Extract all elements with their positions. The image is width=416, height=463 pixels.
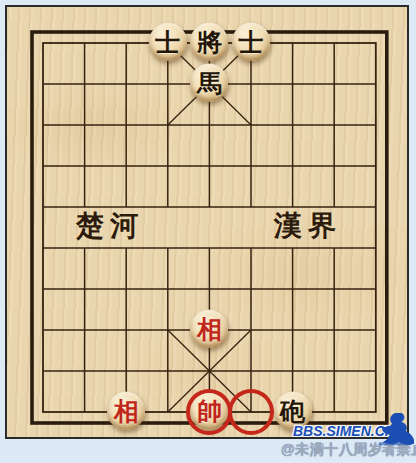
piece-glyph: 將 <box>197 29 222 54</box>
last-move-ring-to <box>186 389 232 435</box>
last-move-ring-from <box>228 389 274 435</box>
piece-black-horse[interactable]: 馬 <box>190 64 228 102</box>
piece-glyph: 馬 <box>197 70 222 95</box>
piece-glyph: 相 <box>197 316 222 341</box>
piece-black-advisor-right[interactable]: 士 <box>232 23 270 61</box>
piece-glyph: 砲 <box>280 398 305 423</box>
piece-black-general[interactable]: 將 <box>190 23 228 61</box>
river-label-chu-he: 楚河 <box>76 207 144 245</box>
simen-logo-icon <box>376 411 414 453</box>
river-label-han-jie: 漢界 <box>274 207 342 245</box>
piece-black-advisor-left[interactable]: 士 <box>149 23 187 61</box>
piece-glyph: 士 <box>155 29 180 54</box>
board-photo: 楚河 漢界 士將士馬相相帥砲 <box>5 5 409 439</box>
piece-glyph: 士 <box>239 29 264 54</box>
piece-glyph: 相 <box>114 398 139 423</box>
piece-red-elephant-center[interactable]: 相 <box>190 310 228 348</box>
piece-red-elephant-left[interactable]: 相 <box>107 392 145 430</box>
screenshot: 楚河 漢界 士將士馬相相帥砲 BBS.SIMEN.CN. @未满十八周岁者禁止入… <box>0 0 416 463</box>
